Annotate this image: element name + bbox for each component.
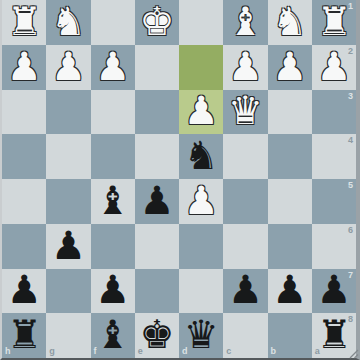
black-rook-a8[interactable]: ♜: [316, 315, 351, 354]
square-g7[interactable]: [46, 269, 90, 314]
file-label-e: e: [138, 347, 143, 356]
black-pawn-g6[interactable]: ♟: [51, 226, 86, 265]
square-a3[interactable]: 3: [312, 90, 356, 135]
black-pawn-a7[interactable]: ♟: [316, 270, 351, 309]
square-b6[interactable]: [268, 224, 312, 269]
square-b3[interactable]: [268, 90, 312, 135]
rank-label-5: 5: [348, 181, 353, 190]
square-d4[interactable]: ♞: [179, 134, 223, 179]
square-d8[interactable]: ♛d: [179, 313, 223, 358]
chess-board: ♜♞♚♝♞♜1♟♟♟♟♟♟2♟♛3♞4♝♟♟5♟6♟♟♟♟♟7♜hg♝f♚e♛d…: [2, 0, 356, 358]
square-d5[interactable]: ♟: [179, 179, 223, 224]
square-g6[interactable]: ♟: [46, 224, 90, 269]
square-h3[interactable]: [2, 90, 46, 135]
square-g3[interactable]: [46, 90, 90, 135]
square-h8[interactable]: ♜h: [2, 313, 46, 358]
square-f3[interactable]: [91, 90, 135, 135]
white-pawn-b2[interactable]: ♟: [272, 47, 307, 86]
square-f8[interactable]: ♝f: [91, 313, 135, 358]
square-d7[interactable]: [179, 269, 223, 314]
square-a5[interactable]: 5: [312, 179, 356, 224]
square-g5[interactable]: [46, 179, 90, 224]
square-b2[interactable]: ♟: [268, 45, 312, 90]
square-f5[interactable]: ♝: [91, 179, 135, 224]
rank-label-3: 3: [348, 92, 353, 101]
square-h6[interactable]: [2, 224, 46, 269]
square-e4[interactable]: [135, 134, 179, 179]
square-b7[interactable]: ♟: [268, 269, 312, 314]
file-label-b: b: [271, 347, 277, 356]
square-c6[interactable]: [223, 224, 267, 269]
black-queen-d8[interactable]: ♛: [184, 315, 219, 354]
white-rook-a1[interactable]: ♜: [316, 2, 351, 41]
white-king-e1[interactable]: ♚: [139, 2, 174, 41]
square-h5[interactable]: [2, 179, 46, 224]
file-label-f: f: [94, 347, 97, 356]
square-b4[interactable]: [268, 134, 312, 179]
square-c4[interactable]: [223, 134, 267, 179]
black-bishop-f5[interactable]: ♝: [95, 181, 130, 220]
square-e8[interactable]: ♚e: [135, 313, 179, 358]
square-h4[interactable]: [2, 134, 46, 179]
black-pawn-c7[interactable]: ♟: [228, 270, 263, 309]
file-label-d: d: [182, 347, 188, 356]
rank-label-4: 4: [348, 136, 353, 145]
file-label-c: c: [226, 347, 231, 356]
square-c3[interactable]: ♛: [223, 90, 267, 135]
square-d1[interactable]: [179, 0, 223, 45]
white-knight-g1[interactable]: ♞: [51, 2, 86, 41]
file-label-g: g: [49, 347, 55, 356]
square-b5[interactable]: [268, 179, 312, 224]
white-pawn-f2[interactable]: ♟: [95, 47, 130, 86]
square-a4[interactable]: 4: [312, 134, 356, 179]
black-pawn-b7[interactable]: ♟: [272, 270, 307, 309]
black-rook-h8[interactable]: ♜: [7, 315, 42, 354]
black-bishop-f8[interactable]: ♝: [95, 315, 130, 354]
square-e6[interactable]: [135, 224, 179, 269]
square-e2[interactable]: [135, 45, 179, 90]
square-e5[interactable]: ♟: [135, 179, 179, 224]
black-king-e8[interactable]: ♚: [139, 315, 174, 354]
white-pawn-d3[interactable]: ♟: [184, 91, 219, 130]
square-h1[interactable]: ♜: [2, 0, 46, 45]
square-a6[interactable]: 6: [312, 224, 356, 269]
chess-board-widget: ♜♞♚♝♞♜1♟♟♟♟♟♟2♟♛3♞4♝♟♟5♟6♟♟♟♟♟7♜hg♝f♚e♛d…: [0, 0, 360, 360]
file-label-a: a: [315, 347, 320, 356]
rank-label-6: 6: [348, 226, 353, 235]
black-knight-d4[interactable]: ♞: [184, 136, 219, 175]
square-f1[interactable]: [91, 0, 135, 45]
white-pawn-h2[interactable]: ♟: [7, 47, 42, 86]
square-g1[interactable]: ♞: [46, 0, 90, 45]
square-d3[interactable]: ♟: [179, 90, 223, 135]
square-g8[interactable]: g: [46, 313, 90, 358]
square-b1[interactable]: ♞: [268, 0, 312, 45]
rank-label-1: 1: [348, 2, 353, 11]
square-a2[interactable]: ♟2: [312, 45, 356, 90]
square-c2[interactable]: ♟: [223, 45, 267, 90]
square-c1[interactable]: ♝: [223, 0, 267, 45]
square-e1[interactable]: ♚: [135, 0, 179, 45]
square-a1[interactable]: ♜1: [312, 0, 356, 45]
rank-label-7: 7: [348, 271, 353, 280]
square-h7[interactable]: ♟: [2, 269, 46, 314]
square-g2[interactable]: ♟: [46, 45, 90, 90]
square-f7[interactable]: ♟: [91, 269, 135, 314]
white-queen-c3[interactable]: ♛: [228, 91, 263, 130]
white-pawn-d5[interactable]: ♟: [184, 181, 219, 220]
file-label-h: h: [5, 347, 11, 356]
square-f4[interactable]: [91, 134, 135, 179]
black-pawn-f7[interactable]: ♟: [95, 270, 130, 309]
square-c5[interactable]: [223, 179, 267, 224]
square-f2[interactable]: ♟: [91, 45, 135, 90]
square-d2[interactable]: [179, 45, 223, 90]
rank-label-8: 8: [348, 315, 353, 324]
square-f6[interactable]: [91, 224, 135, 269]
square-g4[interactable]: [46, 134, 90, 179]
rank-label-2: 2: [348, 47, 353, 56]
square-e3[interactable]: [135, 90, 179, 135]
white-pawn-g2[interactable]: ♟: [51, 47, 86, 86]
square-d6[interactable]: [179, 224, 223, 269]
resize-handle-icon[interactable]: [348, 348, 359, 359]
square-e7[interactable]: [135, 269, 179, 314]
square-b8[interactable]: b: [268, 313, 312, 358]
white-rook-h1[interactable]: ♜: [7, 2, 42, 41]
white-pawn-a2[interactable]: ♟: [316, 47, 351, 86]
white-knight-b1[interactable]: ♞: [272, 2, 307, 41]
square-a7[interactable]: ♟7: [312, 269, 356, 314]
white-bishop-c1[interactable]: ♝: [228, 2, 263, 41]
square-h2[interactable]: ♟: [2, 45, 46, 90]
white-pawn-c2[interactable]: ♟: [228, 47, 263, 86]
square-c8[interactable]: c: [223, 313, 267, 358]
black-pawn-e5[interactable]: ♟: [139, 181, 174, 220]
black-pawn-h7[interactable]: ♟: [7, 270, 42, 309]
square-c7[interactable]: ♟: [223, 269, 267, 314]
